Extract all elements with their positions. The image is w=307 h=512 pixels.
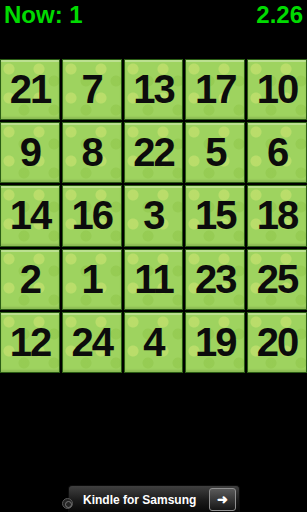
timer: 2.26 (256, 2, 303, 28)
number-tile[interactable]: 23 (185, 249, 245, 310)
number-tile[interactable]: 18 (247, 185, 307, 246)
number-grid: 21 7 13 17 10 9 8 22 5 6 14 16 3 15 18 2… (0, 59, 307, 373)
number-tile[interactable]: 12 (0, 312, 60, 373)
number-tile[interactable]: 11 (124, 249, 184, 310)
status-bar: Now: 1 2.26 (0, 0, 307, 32)
number-tile[interactable]: 21 (0, 59, 60, 120)
number-tile[interactable]: 24 (62, 312, 122, 373)
number-tile[interactable]: 15 (185, 185, 245, 246)
number-tile[interactable]: 19 (185, 312, 245, 373)
number-tile[interactable]: 16 (62, 185, 122, 246)
number-tile[interactable]: 22 (124, 122, 184, 183)
number-tile[interactable]: 1 (62, 249, 122, 310)
number-tile[interactable]: 6 (247, 122, 307, 183)
number-tile[interactable]: 10 (247, 59, 307, 120)
ad-open-button[interactable]: ➜ (209, 488, 236, 511)
number-tile[interactable]: 3 (124, 185, 184, 246)
number-tile[interactable]: 7 (62, 59, 122, 120)
number-tile[interactable]: 17 (185, 59, 245, 120)
number-tile[interactable]: 25 (247, 249, 307, 310)
number-tile[interactable]: 14 (0, 185, 60, 246)
ad-banner[interactable]: Kindle for Samsung ➜ (68, 485, 240, 512)
number-tile[interactable]: 9 (0, 122, 60, 183)
number-tile[interactable]: 2 (0, 249, 60, 310)
arrow-right-icon: ➜ (217, 492, 228, 507)
app-screen: Now: 1 2.26 21 7 13 17 10 9 8 22 5 6 14 … (0, 0, 307, 512)
number-tile[interactable]: 8 (62, 122, 122, 183)
number-tile[interactable]: 13 (124, 59, 184, 120)
number-tile[interactable]: 5 (185, 122, 245, 183)
current-number-label: Now: 1 (4, 2, 83, 28)
number-tile[interactable]: 20 (247, 312, 307, 373)
ad-info-icon[interactable] (62, 498, 73, 509)
ad-text[interactable]: Kindle for Samsung (69, 493, 209, 507)
number-tile[interactable]: 4 (124, 312, 184, 373)
